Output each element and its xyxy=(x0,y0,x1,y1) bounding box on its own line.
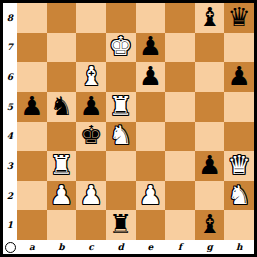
file-label-g: g xyxy=(195,240,225,254)
black-bishop-g8[interactable]: ♝ xyxy=(198,4,221,30)
square-h1[interactable] xyxy=(224,210,254,240)
square-e8[interactable] xyxy=(136,3,166,33)
square-f5[interactable] xyxy=(165,92,195,122)
rank-label-8: 8 xyxy=(3,3,17,33)
square-g3[interactable]: ♟ xyxy=(195,151,225,181)
square-d4[interactable]: ♞ xyxy=(106,122,136,152)
black-pawn-a5[interactable]: ♟ xyxy=(20,93,43,119)
square-e7[interactable]: ♟ xyxy=(136,33,166,63)
rank-label-5: 5 xyxy=(3,92,17,122)
square-b4[interactable] xyxy=(47,122,77,152)
square-a2[interactable] xyxy=(17,181,47,211)
white-pawn-b2[interactable]: ♟ xyxy=(50,182,73,208)
rank-label-4: 4 xyxy=(3,122,17,152)
file-label-f: f xyxy=(165,240,195,254)
square-c8[interactable] xyxy=(76,3,106,33)
white-pawn-e2[interactable]: ♟ xyxy=(139,182,162,208)
file-label-e: e xyxy=(136,240,166,254)
square-g7[interactable] xyxy=(195,33,225,63)
rank-label-6: 6 xyxy=(3,62,17,92)
square-f8[interactable] xyxy=(165,3,195,33)
white-rook-d5[interactable]: ♜ xyxy=(109,93,132,119)
rank-label-3: 3 xyxy=(3,151,17,181)
square-g8[interactable]: ♝ xyxy=(195,3,225,33)
square-g1[interactable]: ♝ xyxy=(195,210,225,240)
square-f6[interactable] xyxy=(165,62,195,92)
square-h8[interactable]: ♛ xyxy=(224,3,254,33)
square-e4[interactable] xyxy=(136,122,166,152)
square-g5[interactable] xyxy=(195,92,225,122)
black-pawn-c5[interactable]: ♟ xyxy=(79,93,102,119)
square-h7[interactable] xyxy=(224,33,254,63)
square-h5[interactable] xyxy=(224,92,254,122)
black-king-c4[interactable]: ♚ xyxy=(79,122,102,148)
square-h3[interactable]: ♛ xyxy=(224,151,254,181)
square-b3[interactable]: ♜ xyxy=(47,151,77,181)
square-d2[interactable] xyxy=(106,181,136,211)
square-d7[interactable]: ♚ xyxy=(106,33,136,63)
square-f3[interactable] xyxy=(165,151,195,181)
square-e3[interactable] xyxy=(136,151,166,181)
square-b8[interactable] xyxy=(47,3,77,33)
file-label-d: d xyxy=(106,240,136,254)
square-f7[interactable] xyxy=(165,33,195,63)
black-bishop-g1[interactable]: ♝ xyxy=(198,211,221,237)
chess-diagram: 87654321 ♝♛♚♟♝♟♟♟♞♟♜♚♞♜♟♛♟♟♟♞♜♝ abcdefgh xyxy=(0,0,257,257)
file-label-b: b xyxy=(47,240,77,254)
square-c1[interactable] xyxy=(76,210,106,240)
white-bishop-c6[interactable]: ♝ xyxy=(79,63,102,89)
square-g6[interactable] xyxy=(195,62,225,92)
square-a6[interactable] xyxy=(17,62,47,92)
black-rook-d1[interactable]: ♜ xyxy=(109,211,132,237)
black-pawn-e6[interactable]: ♟ xyxy=(139,63,162,89)
board-frame: 87654321 ♝♛♚♟♝♟♟♟♞♟♜♚♞♜♟♛♟♟♟♞♜♝ abcdefgh xyxy=(3,3,254,254)
square-b5[interactable]: ♞ xyxy=(47,92,77,122)
square-d1[interactable]: ♜ xyxy=(106,210,136,240)
white-knight-d4[interactable]: ♞ xyxy=(109,122,132,148)
square-c2[interactable]: ♟ xyxy=(76,181,106,211)
square-a3[interactable] xyxy=(17,151,47,181)
square-a8[interactable] xyxy=(17,3,47,33)
black-pawn-e7[interactable]: ♟ xyxy=(139,33,162,59)
square-d3[interactable] xyxy=(106,151,136,181)
white-knight-h2[interactable]: ♞ xyxy=(228,182,251,208)
square-b2[interactable]: ♟ xyxy=(47,181,77,211)
file-label-a: a xyxy=(17,240,47,254)
black-queen-h8[interactable]: ♛ xyxy=(228,4,251,30)
square-a7[interactable] xyxy=(17,33,47,63)
square-e1[interactable] xyxy=(136,210,166,240)
file-label-h: h xyxy=(224,240,254,254)
square-c5[interactable]: ♟ xyxy=(76,92,106,122)
white-king-d7[interactable]: ♚ xyxy=(109,33,132,59)
square-h6[interactable]: ♟ xyxy=(224,62,254,92)
square-d6[interactable] xyxy=(106,62,136,92)
square-e6[interactable]: ♟ xyxy=(136,62,166,92)
square-h4[interactable] xyxy=(224,122,254,152)
square-h2[interactable]: ♞ xyxy=(224,181,254,211)
rank-labels: 87654321 xyxy=(3,3,17,240)
white-to-move-icon xyxy=(5,242,16,253)
square-c6[interactable]: ♝ xyxy=(76,62,106,92)
square-g4[interactable] xyxy=(195,122,225,152)
white-queen-h3[interactable]: ♛ xyxy=(228,152,251,178)
square-f4[interactable] xyxy=(165,122,195,152)
square-c3[interactable] xyxy=(76,151,106,181)
chess-board: ♝♛♚♟♝♟♟♟♞♟♜♚♞♜♟♛♟♟♟♞♜♝ xyxy=(17,3,254,240)
square-e5[interactable] xyxy=(136,92,166,122)
side-to-move-corner xyxy=(3,240,17,254)
square-e2[interactable]: ♟ xyxy=(136,181,166,211)
rank-label-1: 1 xyxy=(3,210,17,240)
square-b1[interactable] xyxy=(47,210,77,240)
square-c7[interactable] xyxy=(76,33,106,63)
square-a4[interactable] xyxy=(17,122,47,152)
square-g2[interactable] xyxy=(195,181,225,211)
black-pawn-h6[interactable]: ♟ xyxy=(228,63,251,89)
file-label-c: c xyxy=(76,240,106,254)
square-c4[interactable]: ♚ xyxy=(76,122,106,152)
square-d5[interactable]: ♜ xyxy=(106,92,136,122)
white-rook-b3[interactable]: ♜ xyxy=(50,152,73,178)
black-pawn-g3[interactable]: ♟ xyxy=(198,152,221,178)
file-labels: abcdefgh xyxy=(17,240,254,254)
square-b6[interactable] xyxy=(47,62,77,92)
square-a5[interactable]: ♟ xyxy=(17,92,47,122)
square-b7[interactable] xyxy=(47,33,77,63)
square-f2[interactable] xyxy=(165,181,195,211)
square-a1[interactable] xyxy=(17,210,47,240)
black-knight-b5[interactable]: ♞ xyxy=(50,93,73,119)
rank-label-2: 2 xyxy=(3,181,17,211)
square-d8[interactable] xyxy=(106,3,136,33)
rank-label-7: 7 xyxy=(3,33,17,63)
white-pawn-c2[interactable]: ♟ xyxy=(79,182,102,208)
square-f1[interactable] xyxy=(165,210,195,240)
